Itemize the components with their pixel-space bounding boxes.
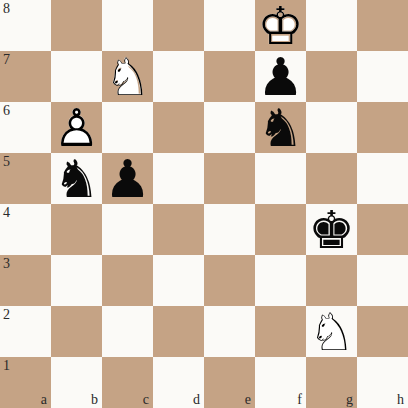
square-e8[interactable]	[204, 0, 255, 51]
square-a6[interactable]: 6	[0, 102, 51, 153]
piece-outline-layer: ♔	[255, 0, 306, 51]
square-h7[interactable]	[357, 51, 408, 102]
square-g4[interactable]: ♚	[306, 204, 357, 255]
square-f8[interactable]: ♚♔	[255, 0, 306, 51]
square-b1[interactable]: b	[51, 357, 102, 408]
white-pawn-icon[interactable]: ♟♙	[51, 102, 102, 153]
square-f1[interactable]: f	[255, 357, 306, 408]
square-h5[interactable]	[357, 153, 408, 204]
black-knight-icon[interactable]: ♞	[51, 153, 102, 204]
square-e1[interactable]: e	[204, 357, 255, 408]
white-knight-icon[interactable]: ♞♘	[306, 306, 357, 357]
square-d7[interactable]	[153, 51, 204, 102]
black-pawn-icon[interactable]: ♟	[255, 51, 306, 102]
file-label-c: c	[143, 393, 149, 407]
square-b2[interactable]	[51, 306, 102, 357]
piece-outline-layer: ♘	[306, 306, 357, 357]
square-h1[interactable]: h	[357, 357, 408, 408]
square-d6[interactable]	[153, 102, 204, 153]
square-c5[interactable]: ♟	[102, 153, 153, 204]
square-f3[interactable]	[255, 255, 306, 306]
square-f6[interactable]: ♞	[255, 102, 306, 153]
square-e5[interactable]	[204, 153, 255, 204]
file-label-g: g	[346, 393, 353, 407]
square-a5[interactable]: 5	[0, 153, 51, 204]
square-b6[interactable]: ♟♙	[51, 102, 102, 153]
rank-label-2: 2	[3, 308, 10, 322]
square-d1[interactable]: d	[153, 357, 204, 408]
square-b5[interactable]: ♞	[51, 153, 102, 204]
piece-outline-layer: ♙	[51, 102, 102, 153]
square-h4[interactable]	[357, 204, 408, 255]
square-g3[interactable]	[306, 255, 357, 306]
file-label-d: d	[193, 393, 200, 407]
square-g8[interactable]	[306, 0, 357, 51]
piece-fill-layer: ♞	[102, 51, 153, 102]
square-g1[interactable]: g	[306, 357, 357, 408]
square-h6[interactable]	[357, 102, 408, 153]
square-a7[interactable]: 7	[0, 51, 51, 102]
square-e7[interactable]	[204, 51, 255, 102]
rank-label-5: 5	[3, 155, 10, 169]
file-label-h: h	[397, 393, 404, 407]
square-e4[interactable]	[204, 204, 255, 255]
square-b4[interactable]	[51, 204, 102, 255]
black-pawn-icon[interactable]: ♟	[102, 153, 153, 204]
black-king-icon[interactable]: ♚	[306, 204, 357, 255]
square-b3[interactable]	[51, 255, 102, 306]
square-d5[interactable]	[153, 153, 204, 204]
file-label-a: a	[41, 393, 47, 407]
square-d4[interactable]	[153, 204, 204, 255]
square-a2[interactable]: 2	[0, 306, 51, 357]
file-label-e: e	[245, 393, 251, 407]
piece-outline-layer: ♘	[102, 51, 153, 102]
square-f2[interactable]	[255, 306, 306, 357]
square-c6[interactable]	[102, 102, 153, 153]
square-a1[interactable]: 1a	[0, 357, 51, 408]
square-c3[interactable]	[102, 255, 153, 306]
square-g6[interactable]	[306, 102, 357, 153]
square-e2[interactable]	[204, 306, 255, 357]
piece-fill-layer: ♞	[255, 102, 306, 153]
square-c4[interactable]	[102, 204, 153, 255]
rank-label-8: 8	[3, 2, 10, 16]
square-f4[interactable]	[255, 204, 306, 255]
piece-fill-layer: ♟	[255, 51, 306, 102]
piece-fill-layer: ♟	[102, 153, 153, 204]
rank-label-3: 3	[3, 257, 10, 271]
square-g7[interactable]	[306, 51, 357, 102]
square-b8[interactable]	[51, 0, 102, 51]
square-h2[interactable]	[357, 306, 408, 357]
piece-fill-layer: ♞	[51, 153, 102, 204]
white-king-icon[interactable]: ♚♔	[255, 0, 306, 51]
square-e3[interactable]	[204, 255, 255, 306]
square-b7[interactable]	[51, 51, 102, 102]
file-label-b: b	[91, 393, 98, 407]
square-a3[interactable]: 3	[0, 255, 51, 306]
square-g5[interactable]	[306, 153, 357, 204]
square-d8[interactable]	[153, 0, 204, 51]
square-a8[interactable]: 8	[0, 0, 51, 51]
piece-fill-layer: ♚	[306, 204, 357, 255]
square-f7[interactable]: ♟	[255, 51, 306, 102]
rank-label-4: 4	[3, 206, 10, 220]
rank-label-1: 1	[3, 359, 10, 373]
piece-fill-layer: ♟	[51, 102, 102, 153]
square-a4[interactable]: 4	[0, 204, 51, 255]
black-knight-icon[interactable]: ♞	[255, 102, 306, 153]
chess-board: 8♚♔7♞♘♟6♟♙♞5♞♟4♚32♞♘1abcdefgh	[0, 0, 408, 408]
square-c1[interactable]: c	[102, 357, 153, 408]
square-c2[interactable]	[102, 306, 153, 357]
piece-fill-layer: ♞	[306, 306, 357, 357]
square-h8[interactable]	[357, 0, 408, 51]
square-d2[interactable]	[153, 306, 204, 357]
file-label-f: f	[297, 393, 302, 407]
piece-fill-layer: ♚	[255, 0, 306, 51]
square-d3[interactable]	[153, 255, 204, 306]
square-c7[interactable]: ♞♘	[102, 51, 153, 102]
square-f5[interactable]	[255, 153, 306, 204]
rank-label-7: 7	[3, 53, 10, 67]
square-g2[interactable]: ♞♘	[306, 306, 357, 357]
white-knight-icon[interactable]: ♞♘	[102, 51, 153, 102]
square-e6[interactable]	[204, 102, 255, 153]
rank-label-6: 6	[3, 104, 10, 118]
square-c8[interactable]	[102, 0, 153, 51]
square-h3[interactable]	[357, 255, 408, 306]
